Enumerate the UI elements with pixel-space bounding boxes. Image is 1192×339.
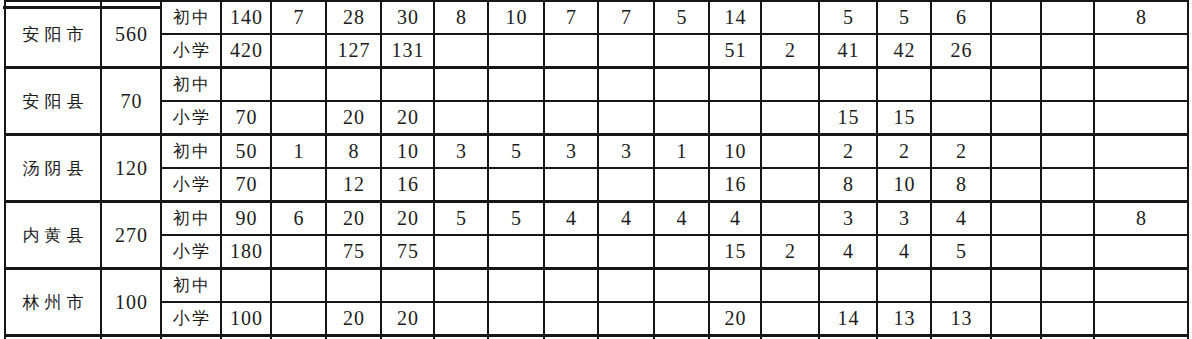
value-cell (1041, 269, 1094, 303)
value-cell: 5 (819, 1, 877, 34)
region-total-cell: 560 (101, 1, 161, 68)
school-level-cell: 小学 (161, 235, 221, 269)
value-cell (271, 34, 326, 68)
value-cell: 70 (221, 101, 271, 135)
value-cell (761, 1, 819, 34)
value-cell (654, 101, 709, 135)
value-cell (488, 101, 544, 135)
value-cell (1041, 68, 1094, 102)
value-cell (709, 269, 761, 303)
value-cell (488, 168, 544, 202)
value-cell: 20 (381, 302, 434, 336)
value-cell (991, 302, 1041, 336)
value-cell (434, 269, 488, 303)
value-cell: 3 (877, 202, 931, 236)
value-cell: 4 (877, 235, 931, 269)
value-cell (598, 68, 654, 102)
value-cell (598, 269, 654, 303)
value-cell (1094, 302, 1188, 336)
region-name-cell: 汤阴县 (5, 135, 101, 202)
school-level-cell: 小学 (161, 101, 221, 135)
value-cell (544, 269, 598, 303)
value-cell: 30 (381, 1, 434, 34)
table-body: 安阳市560初中14072830810775145568小学4201271315… (5, 1, 1188, 339)
value-cell: 20 (709, 302, 761, 336)
value-cell (271, 168, 326, 202)
value-cell: 8 (819, 168, 877, 202)
value-cell: 6 (271, 202, 326, 236)
value-cell: 2 (819, 135, 877, 169)
school-level-cell: 初中 (161, 269, 221, 303)
value-cell: 12 (326, 168, 381, 202)
value-cell (221, 269, 271, 303)
value-cell (654, 68, 709, 102)
value-cell (991, 269, 1041, 303)
value-cell: 20 (326, 202, 381, 236)
table-row: 林州市100初中 (5, 269, 1188, 303)
value-cell: 3 (434, 135, 488, 169)
value-cell: 75 (381, 235, 434, 269)
value-cell (931, 269, 991, 303)
value-cell: 2 (931, 135, 991, 169)
school-level-cell: 小学 (161, 302, 221, 336)
school-level-cell: 小学 (161, 34, 221, 68)
value-cell (877, 68, 931, 102)
value-cell: 5 (931, 235, 991, 269)
cropped-cell (271, 336, 326, 339)
value-cell (877, 269, 931, 303)
value-cell: 4 (598, 202, 654, 236)
cropped-next-row (5, 336, 1188, 339)
value-cell: 7 (544, 1, 598, 34)
value-cell (488, 302, 544, 336)
value-cell: 8 (1094, 1, 1188, 34)
cropped-cell (1041, 336, 1094, 339)
value-cell (991, 1, 1041, 34)
cropped-cell (819, 336, 877, 339)
value-cell: 28 (326, 1, 381, 34)
value-cell: 7 (598, 1, 654, 34)
value-cell (271, 302, 326, 336)
value-cell: 41 (819, 34, 877, 68)
cropped-cell (1094, 336, 1188, 339)
value-cell: 5 (654, 1, 709, 34)
value-cell (544, 235, 598, 269)
cropped-cell (434, 336, 488, 339)
cropped-cell (161, 336, 221, 339)
cropped-cell (221, 336, 271, 339)
value-cell: 70 (221, 168, 271, 202)
value-cell: 13 (877, 302, 931, 336)
value-cell: 10 (488, 1, 544, 34)
value-cell: 127 (326, 34, 381, 68)
value-cell (598, 168, 654, 202)
value-cell (434, 235, 488, 269)
cropped-cell (544, 336, 598, 339)
value-cell: 15 (819, 101, 877, 135)
value-cell: 15 (709, 235, 761, 269)
table-row: 安阳市560初中14072830810775145568 (5, 1, 1188, 34)
value-cell: 10 (709, 135, 761, 169)
value-cell (654, 168, 709, 202)
region-name-cell: 安阳县 (5, 68, 101, 135)
value-cell (1041, 202, 1094, 236)
value-cell (991, 34, 1041, 68)
value-cell: 8 (931, 168, 991, 202)
value-cell: 20 (326, 302, 381, 336)
table-row: 小学100202020141313 (5, 302, 1188, 336)
value-cell: 4 (654, 202, 709, 236)
table-row: 小学1807575152445 (5, 235, 1188, 269)
school-level-cell: 初中 (161, 202, 221, 236)
value-cell (434, 68, 488, 102)
cropped-cell (931, 336, 991, 339)
value-cell: 3 (544, 135, 598, 169)
table-row: 汤阴县120初中5018103533110222 (5, 135, 1188, 169)
value-cell: 100 (221, 302, 271, 336)
value-cell (654, 302, 709, 336)
value-cell (761, 202, 819, 236)
cropped-cell (488, 336, 544, 339)
value-cell (1041, 302, 1094, 336)
value-cell (271, 101, 326, 135)
value-cell (1094, 168, 1188, 202)
value-cell: 26 (931, 34, 991, 68)
value-cell (271, 235, 326, 269)
value-cell: 75 (326, 235, 381, 269)
cropped-cell (877, 336, 931, 339)
value-cell (326, 269, 381, 303)
value-cell (544, 101, 598, 135)
value-cell (1041, 1, 1094, 34)
value-cell: 3 (598, 135, 654, 169)
value-cell (819, 269, 877, 303)
value-cell: 7 (271, 1, 326, 34)
table-row: 安阳县70初中 (5, 68, 1188, 102)
cropped-cell (101, 336, 161, 339)
table-row: 内黄县270初中90620205544443348 (5, 202, 1188, 236)
value-cell: 5 (877, 1, 931, 34)
value-cell (991, 68, 1041, 102)
region-column-separator-line (3, 6, 162, 9)
value-cell (761, 135, 819, 169)
region-total-cell: 270 (101, 202, 161, 269)
value-cell: 1 (271, 135, 326, 169)
value-cell (991, 235, 1041, 269)
value-cell (271, 269, 326, 303)
value-cell (434, 302, 488, 336)
value-cell: 10 (381, 135, 434, 169)
value-cell: 20 (381, 101, 434, 135)
document-page: 安阳市560初中14072830810775145568小学4201271315… (0, 0, 1192, 339)
value-cell (931, 101, 991, 135)
region-name-cell: 林州市 (5, 269, 101, 336)
value-cell: 5 (434, 202, 488, 236)
value-cell: 2 (877, 135, 931, 169)
value-cell: 4 (544, 202, 598, 236)
value-cell (434, 101, 488, 135)
table-row: 小学701216168108 (5, 168, 1188, 202)
region-total-cell: 100 (101, 269, 161, 336)
cropped-cell (381, 336, 434, 339)
value-cell (598, 302, 654, 336)
value-cell (761, 101, 819, 135)
school-level-cell: 小学 (161, 168, 221, 202)
region-name-cell: 安阳市 (5, 1, 101, 68)
value-cell: 3 (819, 202, 877, 236)
value-cell (544, 302, 598, 336)
value-cell (1094, 235, 1188, 269)
cropped-cell (709, 336, 761, 339)
value-cell: 4 (709, 202, 761, 236)
value-cell (1094, 68, 1188, 102)
value-cell (271, 68, 326, 102)
region-name-cell: 内黄县 (5, 202, 101, 269)
value-cell (598, 34, 654, 68)
value-cell: 5 (488, 202, 544, 236)
value-cell: 140 (221, 1, 271, 34)
value-cell: 15 (877, 101, 931, 135)
value-cell (709, 101, 761, 135)
cropped-cell (598, 336, 654, 339)
value-cell: 14 (709, 1, 761, 34)
value-cell: 13 (931, 302, 991, 336)
value-cell (488, 235, 544, 269)
value-cell (434, 34, 488, 68)
school-level-cell: 初中 (161, 68, 221, 102)
value-cell (709, 68, 761, 102)
table-row: 小学7020201515 (5, 101, 1188, 135)
value-cell (434, 168, 488, 202)
value-cell: 180 (221, 235, 271, 269)
value-cell (1041, 101, 1094, 135)
value-cell: 20 (381, 202, 434, 236)
value-cell (761, 302, 819, 336)
value-cell: 4 (931, 202, 991, 236)
value-cell (544, 168, 598, 202)
value-cell: 2 (761, 235, 819, 269)
value-cell (544, 68, 598, 102)
value-cell (598, 235, 654, 269)
value-cell: 6 (931, 1, 991, 34)
cropped-cell (991, 336, 1041, 339)
value-cell: 90 (221, 202, 271, 236)
value-cell: 51 (709, 34, 761, 68)
value-cell (1041, 34, 1094, 68)
cropped-cell (5, 336, 101, 339)
value-cell (221, 68, 271, 102)
region-total-cell: 120 (101, 135, 161, 202)
value-cell (381, 269, 434, 303)
value-cell: 2 (761, 34, 819, 68)
value-cell (991, 135, 1041, 169)
value-cell: 8 (326, 135, 381, 169)
value-cell (1041, 235, 1094, 269)
value-cell (991, 202, 1041, 236)
value-cell (991, 101, 1041, 135)
table-row: 小学420127131512414226 (5, 34, 1188, 68)
value-cell: 16 (709, 168, 761, 202)
value-cell (488, 269, 544, 303)
value-cell (1094, 101, 1188, 135)
value-cell: 131 (381, 34, 434, 68)
school-level-cell: 初中 (161, 1, 221, 34)
value-cell: 8 (434, 1, 488, 34)
value-cell: 420 (221, 34, 271, 68)
value-cell: 20 (326, 101, 381, 135)
value-cell (598, 101, 654, 135)
value-cell (931, 68, 991, 102)
region-total-cell: 70 (101, 68, 161, 135)
value-cell (488, 34, 544, 68)
value-cell: 14 (819, 302, 877, 336)
value-cell (488, 68, 544, 102)
value-cell (761, 269, 819, 303)
cropped-cell (761, 336, 819, 339)
value-cell: 50 (221, 135, 271, 169)
value-cell: 4 (819, 235, 877, 269)
value-cell (1041, 168, 1094, 202)
value-cell (654, 235, 709, 269)
data-table: 安阳市560初中14072830810775145568小学4201271315… (4, 0, 1189, 339)
value-cell (544, 34, 598, 68)
value-cell: 8 (1094, 202, 1188, 236)
value-cell (1094, 269, 1188, 303)
value-cell (1094, 34, 1188, 68)
school-level-cell: 初中 (161, 135, 221, 169)
value-cell (654, 34, 709, 68)
cropped-cell (326, 336, 381, 339)
value-cell (761, 68, 819, 102)
value-cell: 10 (877, 168, 931, 202)
value-cell: 1 (654, 135, 709, 169)
value-cell: 16 (381, 168, 434, 202)
value-cell: 5 (488, 135, 544, 169)
value-cell (991, 168, 1041, 202)
value-cell (326, 68, 381, 102)
value-cell (381, 68, 434, 102)
value-cell (1094, 135, 1188, 169)
value-cell (654, 269, 709, 303)
value-cell (761, 168, 819, 202)
cropped-cell (654, 336, 709, 339)
value-cell: 42 (877, 34, 931, 68)
value-cell (1041, 135, 1094, 169)
value-cell (819, 68, 877, 102)
